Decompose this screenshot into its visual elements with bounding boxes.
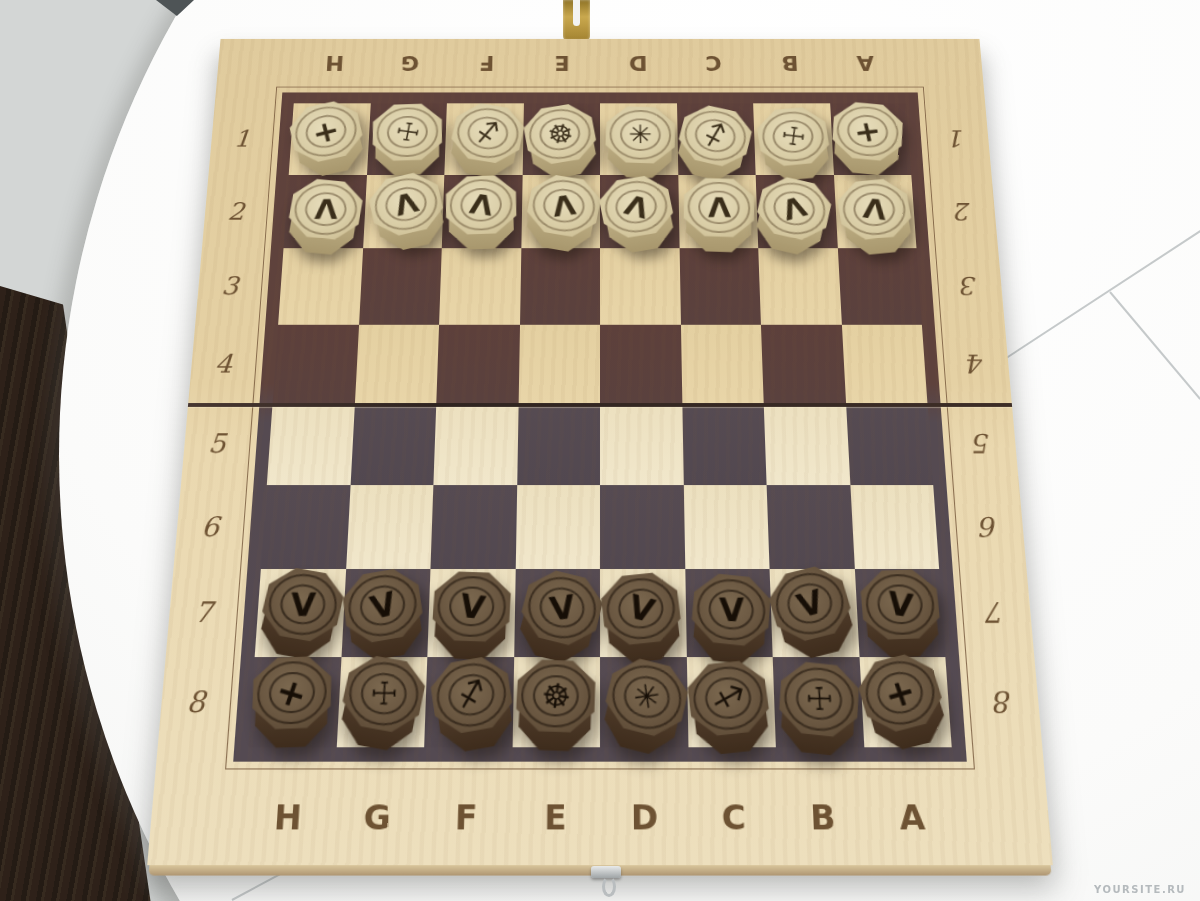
square-f2[interactable]: Λ <box>442 175 522 249</box>
white-pawn-g2[interactable]: Λ <box>365 168 449 249</box>
square-g4[interactable] <box>354 324 439 403</box>
square-e6[interactable] <box>515 485 600 569</box>
watermark: YOURSITE.RU <box>1094 884 1186 895</box>
square-g8[interactable]: ☩ <box>336 657 427 748</box>
piece-symbol: Λ <box>391 188 420 220</box>
rank-label-left-4: 4 <box>214 349 234 378</box>
file-label-top-d: D <box>629 51 648 74</box>
square-a5[interactable] <box>846 403 934 485</box>
piece-symbol: Λ <box>550 191 577 221</box>
white-pawn-b2[interactable]: Λ <box>751 173 835 254</box>
file-label-top-h: H <box>324 51 344 74</box>
white-rook-h1[interactable]: + <box>286 97 368 176</box>
piece-symbol: + <box>879 671 920 715</box>
square-a4[interactable] <box>841 324 927 403</box>
fold-seam <box>188 403 1012 407</box>
black-bishop-f8[interactable]: ♐ <box>428 653 518 749</box>
square-h1[interactable]: + <box>289 103 371 174</box>
piece-symbol: Λ <box>861 194 887 224</box>
rank-label-right-1: 1 <box>949 125 967 151</box>
square-c4[interactable] <box>680 324 763 403</box>
square-d7[interactable]: V <box>600 569 686 657</box>
black-pawn-f7[interactable]: V <box>430 571 512 654</box>
white-queen-d1[interactable]: ✳ <box>605 106 676 174</box>
rank-label-left-5: 5 <box>207 428 227 458</box>
square-d8[interactable]: ✳ <box>600 657 688 748</box>
black-knight-g8[interactable]: ☩ <box>335 652 429 748</box>
piece-symbol: ☩ <box>369 678 398 709</box>
square-g3[interactable] <box>359 248 442 324</box>
square-h8[interactable]: + <box>248 657 341 748</box>
piece-symbol: Λ <box>779 192 810 224</box>
square-h3[interactable] <box>278 248 362 324</box>
piece-symbol: ✳ <box>629 122 653 148</box>
rank-label-right-5: 5 <box>973 428 993 458</box>
square-f6[interactable] <box>430 485 516 569</box>
square-e3[interactable] <box>520 248 600 324</box>
square-e8[interactable]: ☸ <box>512 657 600 748</box>
file-labels-top: HGFEDCBA <box>276 39 924 87</box>
square-b3[interactable] <box>758 248 841 324</box>
black-pawn-b7[interactable]: V <box>764 561 861 658</box>
rank-label-left-7: 7 <box>193 596 214 628</box>
square-a7[interactable]: V <box>854 569 945 657</box>
piece-symbol: Λ <box>707 194 731 221</box>
white-pawn-e2[interactable]: Λ <box>521 172 604 250</box>
square-f1[interactable]: ♐ <box>444 103 523 174</box>
square-a8[interactable]: + <box>859 657 952 748</box>
rank-label-right-2: 2 <box>955 197 974 224</box>
white-rook-a1[interactable]: + <box>830 101 903 173</box>
square-c8[interactable]: ♐ <box>686 657 776 748</box>
white-bishop-c1[interactable]: ♐ <box>672 101 756 180</box>
square-g7[interactable]: V <box>341 569 430 657</box>
white-king-e1[interactable]: ☸ <box>520 101 601 176</box>
rank-label-right-7: 7 <box>986 596 1007 628</box>
file-label-top-c: C <box>705 51 722 74</box>
square-g2[interactable]: Λ <box>363 175 445 249</box>
black-pawn-a7[interactable]: V <box>858 569 943 652</box>
piece-symbol: ☸ <box>538 677 572 714</box>
piece-symbol: V <box>289 589 316 621</box>
white-knight-g1[interactable]: ☩ <box>372 103 442 171</box>
piece-symbol: ♐ <box>454 675 490 714</box>
file-label-bottom-f: F <box>454 797 477 837</box>
board-grid: +☩♐☸✳♐☩+ΛΛΛΛΛΛΛΛVVVVVVVV+☩♐☸✳♐☩+ <box>248 103 951 747</box>
square-a6[interactable] <box>850 485 939 569</box>
brass-clasp <box>563 0 590 42</box>
black-rook-h8[interactable]: + <box>251 656 332 742</box>
square-f4[interactable] <box>436 324 519 403</box>
piece-symbol: V <box>718 594 744 626</box>
white-pawn-c2[interactable]: Λ <box>683 177 754 247</box>
square-g5[interactable] <box>350 403 436 485</box>
piece-symbol: V <box>793 585 827 623</box>
piece-symbol: ☸ <box>543 118 577 150</box>
file-label-bottom-c: C <box>721 797 746 837</box>
square-b6[interactable] <box>767 485 855 569</box>
square-b4[interactable] <box>761 324 846 403</box>
square-d5[interactable] <box>600 403 683 485</box>
white-knight-b1[interactable]: ☩ <box>755 106 834 178</box>
black-rook-a8[interactable]: + <box>852 649 952 749</box>
field-border-stripe: +☩♐☸✳♐☩+ΛΛΛΛΛΛΛΛVVVVVVVV+☩♐☸✳♐☩+ <box>233 92 967 761</box>
piece-symbol: Λ <box>621 190 651 222</box>
rank-label-right-3: 3 <box>961 272 980 300</box>
rank-label-left-3: 3 <box>220 272 239 300</box>
white-pawn-d2[interactable]: Λ <box>596 172 679 250</box>
square-f3[interactable] <box>439 248 521 324</box>
piece-symbol: V <box>625 590 658 628</box>
rank-label-left-6: 6 <box>200 511 220 542</box>
black-knight-b8[interactable]: ☩ <box>777 659 860 750</box>
piece-symbol: ♐ <box>474 119 503 147</box>
square-d1[interactable]: ✳ <box>600 103 678 174</box>
square-e4[interactable] <box>518 324 600 403</box>
rank-label-left-2: 2 <box>227 197 246 224</box>
square-e5[interactable] <box>517 403 600 485</box>
rank-label-left-8: 8 <box>185 685 206 719</box>
metal-latch <box>591 866 621 878</box>
square-h4[interactable] <box>273 324 359 403</box>
chess-board: HGFEDCBA 12345678 +☩♐☸✳♐☩+ΛΛΛΛΛΛΛΛVVVVVV… <box>147 39 1053 865</box>
board-frame: HGFEDCBA 12345678 +☩♐☸✳♐☩+ΛΛΛΛΛΛΛΛVVVVVV… <box>147 39 1053 865</box>
scene: HGFEDCBA 12345678 +☩♐☸✳♐☩+ΛΛΛΛΛΛΛΛVVVVVV… <box>0 0 1200 901</box>
piece-symbol: + <box>310 115 343 149</box>
square-b7[interactable]: V <box>770 569 859 657</box>
square-g6[interactable] <box>346 485 434 569</box>
square-f7[interactable]: V <box>427 569 515 657</box>
rank-label-right-6: 6 <box>980 511 1000 542</box>
file-label-bottom-h: H <box>273 797 303 837</box>
square-h5[interactable] <box>267 403 355 485</box>
black-king-e8[interactable]: ☸ <box>514 659 596 745</box>
square-f5[interactable] <box>433 403 518 485</box>
piece-symbol: Λ <box>467 190 495 220</box>
piece-symbol: V <box>366 587 398 625</box>
file-label-bottom-d: D <box>631 797 659 837</box>
file-label-top-g: G <box>401 51 420 74</box>
playing-field: +☩♐☸✳♐☩+ΛΛΛΛΛΛΛΛVVVVVVVV+☩♐☸✳♐☩+ <box>225 87 975 770</box>
white-pawn-f2[interactable]: Λ <box>446 175 517 245</box>
black-pawn-e7[interactable]: V <box>513 566 608 663</box>
piece-symbol: ♐ <box>699 121 732 152</box>
file-label-top-e: E <box>554 51 569 74</box>
piece-symbol: ♐ <box>710 678 746 717</box>
square-g1[interactable]: ☩ <box>367 103 447 174</box>
square-d4[interactable] <box>600 324 682 403</box>
black-pawn-c7[interactable]: V <box>689 572 772 660</box>
file-labels-bottom: HGFEDCBA <box>218 770 982 866</box>
square-b8[interactable]: ☩ <box>773 657 864 748</box>
piece-symbol: V <box>886 587 914 623</box>
black-bishop-c8[interactable]: ♐ <box>685 658 774 749</box>
square-c2[interactable]: Λ <box>678 175 758 249</box>
black-pawn-d7[interactable]: V <box>599 571 685 659</box>
file-label-bottom-g: G <box>363 797 392 837</box>
file-label-bottom-e: E <box>544 797 567 837</box>
file-label-top-f: F <box>478 51 494 74</box>
square-e2[interactable]: Λ <box>521 175 600 249</box>
square-a1[interactable]: + <box>830 103 912 174</box>
rank-label-left-1: 1 <box>233 125 251 151</box>
file-label-bottom-a: A <box>898 797 926 837</box>
piece-symbol: V <box>547 590 576 626</box>
square-e7[interactable]: V <box>514 569 600 657</box>
piece-symbol: ☩ <box>805 683 834 714</box>
black-pawn-h7[interactable]: V <box>255 564 349 657</box>
piece-symbol: ☩ <box>780 123 807 151</box>
white-pawn-a2[interactable]: Λ <box>834 177 916 251</box>
square-b2[interactable]: Λ <box>756 175 838 249</box>
white-bishop-f1[interactable]: ♐ <box>446 100 528 175</box>
square-d6[interactable] <box>600 485 685 569</box>
rank-label-right-4: 4 <box>967 349 987 378</box>
square-f8[interactable]: ♐ <box>424 657 514 748</box>
square-b5[interactable] <box>764 403 850 485</box>
square-c5[interactable] <box>682 403 767 485</box>
square-c7[interactable]: V <box>685 569 773 657</box>
square-b1[interactable]: ☩ <box>753 103 833 174</box>
piece-symbol: Λ <box>314 195 339 222</box>
square-h2[interactable]: Λ <box>284 175 367 249</box>
square-d2[interactable]: Λ <box>600 175 679 249</box>
white-pawn-h2[interactable]: Λ <box>284 177 366 251</box>
black-pawn-g7[interactable]: V <box>340 565 427 658</box>
file-label-bottom-b: B <box>810 797 837 837</box>
square-h6[interactable] <box>261 485 350 569</box>
square-d3[interactable] <box>600 248 680 324</box>
piece-symbol: ☩ <box>393 119 422 147</box>
piece-symbol: + <box>851 116 884 148</box>
black-queen-d8[interactable]: ✳ <box>598 653 693 753</box>
square-h7[interactable]: V <box>255 569 346 657</box>
square-a3[interactable] <box>837 248 921 324</box>
piece-symbol: V <box>457 589 487 625</box>
square-c1[interactable]: ♐ <box>677 103 756 174</box>
piece-symbol: ✳ <box>631 679 662 715</box>
square-a2[interactable]: Λ <box>833 175 916 249</box>
piece-symbol: + <box>272 671 313 715</box>
rank-label-right-8: 8 <box>994 685 1015 719</box>
square-e1[interactable]: ☸ <box>522 103 600 174</box>
file-label-top-b: B <box>781 51 799 74</box>
square-c6[interactable] <box>683 485 769 569</box>
square-c3[interactable] <box>679 248 761 324</box>
file-label-top-a: A <box>856 51 875 74</box>
